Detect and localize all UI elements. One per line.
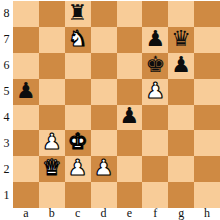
square-b2[interactable]: ♛ — [39, 156, 65, 182]
rank-label-3: 3 — [0, 130, 13, 156]
rank-labels: 87654321 — [0, 1, 13, 208]
square-b5[interactable] — [39, 79, 65, 105]
piece-black-pawn[interactable]: ♟ — [171, 54, 191, 76]
square-a4[interactable] — [13, 105, 39, 131]
file-labels: abcdefgh — [13, 207, 220, 220]
square-d2[interactable]: ♟ — [91, 156, 117, 182]
square-d1[interactable] — [91, 182, 117, 208]
piece-black-queen[interactable]: ♛ — [171, 28, 191, 50]
square-d5[interactable] — [91, 79, 117, 105]
square-d8[interactable] — [91, 1, 117, 27]
square-e8[interactable] — [117, 1, 143, 27]
square-c2[interactable]: ♟ — [65, 156, 91, 182]
rank-label-2: 2 — [0, 156, 13, 182]
square-h4[interactable] — [194, 105, 220, 131]
square-b7[interactable] — [39, 27, 65, 53]
square-g7[interactable]: ♛ — [168, 27, 194, 53]
rank-label-7: 7 — [0, 27, 13, 53]
square-a1[interactable] — [13, 182, 39, 208]
square-f2[interactable] — [142, 156, 168, 182]
chess-diagram: 87654321 ♜♞♟♛♚♟♟♟♟♟♚♛♟♟ abcdefgh — [0, 0, 220, 220]
square-d4[interactable] — [91, 105, 117, 131]
square-g1[interactable] — [168, 182, 194, 208]
file-label-c: c — [65, 207, 91, 220]
piece-white-pawn[interactable]: ♟ — [94, 157, 114, 179]
rank-label-5: 5 — [0, 79, 13, 105]
piece-white-pawn[interactable]: ♟ — [42, 131, 62, 153]
square-a3[interactable] — [13, 130, 39, 156]
square-d7[interactable] — [91, 27, 117, 53]
square-h8[interactable] — [194, 1, 220, 27]
square-f1[interactable] — [142, 182, 168, 208]
square-b6[interactable] — [39, 53, 65, 79]
square-f5[interactable]: ♟ — [142, 79, 168, 105]
square-h7[interactable] — [194, 27, 220, 53]
square-f7[interactable]: ♟ — [142, 27, 168, 53]
square-d3[interactable] — [91, 130, 117, 156]
piece-black-king[interactable]: ♚ — [145, 54, 165, 76]
square-a6[interactable] — [13, 53, 39, 79]
square-h3[interactable] — [194, 130, 220, 156]
square-e7[interactable] — [117, 27, 143, 53]
file-label-b: b — [39, 207, 65, 220]
rank-label-6: 6 — [0, 53, 13, 79]
square-b3[interactable]: ♟ — [39, 130, 65, 156]
rank-label-1: 1 — [0, 182, 13, 208]
square-e4[interactable]: ♟ — [117, 105, 143, 131]
square-c1[interactable] — [65, 182, 91, 208]
square-a7[interactable] — [13, 27, 39, 53]
piece-black-rook[interactable]: ♜ — [68, 2, 88, 24]
square-c5[interactable] — [65, 79, 91, 105]
square-e5[interactable] — [117, 79, 143, 105]
square-c6[interactable] — [65, 53, 91, 79]
square-a5[interactable]: ♟ — [13, 79, 39, 105]
chess-board[interactable]: ♜♞♟♛♚♟♟♟♟♟♚♛♟♟ — [13, 1, 220, 208]
square-h2[interactable] — [194, 156, 220, 182]
square-g5[interactable] — [168, 79, 194, 105]
square-c8[interactable]: ♜ — [65, 1, 91, 27]
square-g3[interactable] — [168, 130, 194, 156]
file-label-d: d — [91, 207, 117, 220]
square-c7[interactable]: ♞ — [65, 27, 91, 53]
piece-black-pawn[interactable]: ♟ — [145, 28, 165, 50]
square-c4[interactable] — [65, 105, 91, 131]
file-label-h: h — [194, 207, 220, 220]
file-label-f: f — [142, 207, 168, 220]
square-a2[interactable] — [13, 156, 39, 182]
square-b4[interactable] — [39, 105, 65, 131]
square-d6[interactable] — [91, 53, 117, 79]
square-f6[interactable]: ♚ — [142, 53, 168, 79]
square-e3[interactable] — [117, 130, 143, 156]
rank-label-4: 4 — [0, 105, 13, 131]
file-label-e: e — [117, 207, 143, 220]
square-e6[interactable] — [117, 53, 143, 79]
square-e1[interactable] — [117, 182, 143, 208]
piece-white-pawn[interactable]: ♟ — [145, 80, 165, 102]
piece-white-king[interactable]: ♚ — [68, 131, 88, 153]
file-label-a: a — [13, 207, 39, 220]
square-b8[interactable] — [39, 1, 65, 27]
square-h6[interactable] — [194, 53, 220, 79]
square-g6[interactable]: ♟ — [168, 53, 194, 79]
piece-black-pawn[interactable]: ♟ — [120, 105, 140, 127]
square-b1[interactable] — [39, 182, 65, 208]
square-h1[interactable] — [194, 182, 220, 208]
square-e2[interactable] — [117, 156, 143, 182]
square-f4[interactable] — [142, 105, 168, 131]
piece-white-pawn[interactable]: ♟ — [68, 157, 88, 179]
piece-white-queen[interactable]: ♛ — [42, 157, 62, 179]
file-label-g: g — [168, 207, 194, 220]
square-g4[interactable] — [168, 105, 194, 131]
piece-white-knight[interactable]: ♞ — [68, 28, 88, 50]
square-f3[interactable] — [142, 130, 168, 156]
piece-black-pawn[interactable]: ♟ — [16, 80, 36, 102]
square-a8[interactable] — [13, 1, 39, 27]
square-h5[interactable] — [194, 79, 220, 105]
square-g8[interactable] — [168, 1, 194, 27]
rank-label-8: 8 — [0, 1, 13, 27]
square-f8[interactable] — [142, 1, 168, 27]
square-g2[interactable] — [168, 156, 194, 182]
square-c3[interactable]: ♚ — [65, 130, 91, 156]
